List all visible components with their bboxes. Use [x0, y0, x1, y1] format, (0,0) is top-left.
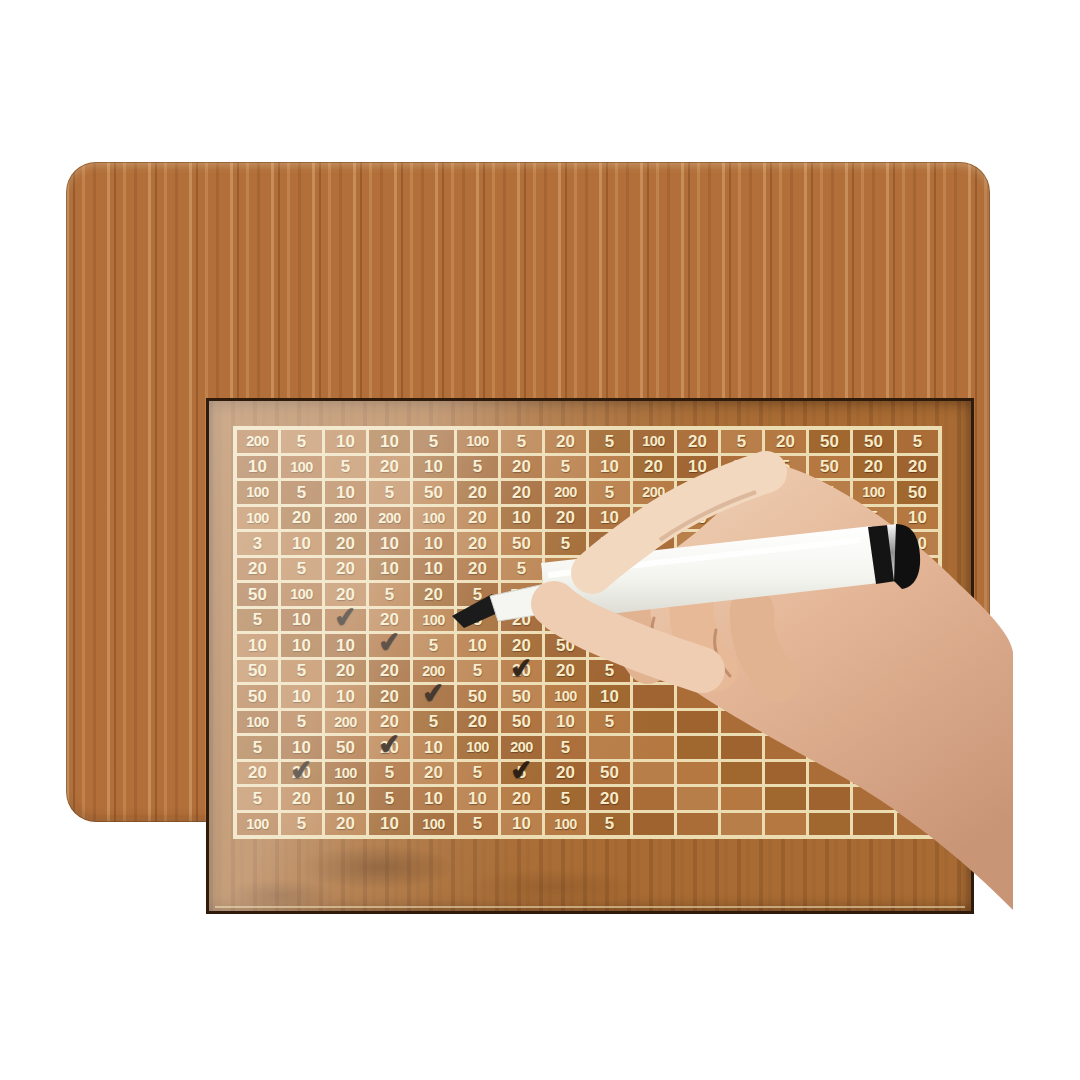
grid-cell-r15c15[interactable] — [853, 787, 894, 810]
grid-cell-r8c5[interactable]: 100 — [413, 609, 454, 632]
check-mark: ✔ — [376, 628, 401, 657]
grid-cell-r16c12[interactable] — [721, 813, 762, 836]
grid-cell-r14c2[interactable]: 20✔ — [281, 762, 322, 785]
grid-cell-r4c10[interactable]: 50 — [633, 507, 674, 530]
grid-cell-r16c11[interactable] — [677, 813, 718, 836]
grid-cell-r14c14[interactable] — [809, 762, 850, 785]
grid-cell-r11c5[interactable]: ✔ — [413, 685, 454, 708]
grid-cell-r15c6[interactable]: 10 — [457, 787, 498, 810]
grid-cell-r9c15[interactable] — [853, 634, 894, 657]
grid-cell-r1c9[interactable]: 5 — [589, 430, 630, 453]
grid-cell-r2c3[interactable]: 5 — [325, 456, 366, 479]
grid-cell-r1c1[interactable]: 200 — [237, 430, 278, 453]
grid-cell-r15c9[interactable]: 20 — [589, 787, 630, 810]
grid-cell-r12c3[interactable]: 200 — [325, 711, 366, 734]
grid-cell-r6c7[interactable]: 5 — [501, 558, 542, 581]
grid-cell-r5c15[interactable]: 5 — [853, 532, 894, 555]
grid-cell-r3c12[interactable]: 10 — [721, 481, 762, 504]
grid-cell-r16c6[interactable]: 5 — [457, 813, 498, 836]
grid-cell-r13c5[interactable]: 10 — [413, 736, 454, 759]
grid-cell-r5c6[interactable]: 20 — [457, 532, 498, 555]
grid-cell-r7c4[interactable]: 5 — [369, 583, 410, 606]
grid-cell-r16c10[interactable] — [633, 813, 674, 836]
grid-cell-r9c5[interactable]: 5 — [413, 634, 454, 657]
grid-cell-r11c10[interactable] — [633, 685, 674, 708]
grid-cell-r5c12[interactable]: 200 — [721, 532, 762, 555]
grid-cell-r10c5[interactable]: 200 — [413, 660, 454, 683]
grid-cell-r4c15[interactable]: 5 — [853, 507, 894, 530]
grid-cell-r13c3[interactable]: 50 — [325, 736, 366, 759]
grid-cell-r16c14[interactable] — [809, 813, 850, 836]
grid-cell-r5c9[interactable]: 50 — [589, 532, 630, 555]
grid-cell-r1c11[interactable]: 20 — [677, 430, 718, 453]
grid-cell-r8c9[interactable]: 50 — [589, 609, 630, 632]
grid-cell-r8c3[interactable]: ✔ — [325, 609, 366, 632]
grid-cell-r13c9[interactable] — [589, 736, 630, 759]
grid-cell-r12c15[interactable] — [853, 711, 894, 734]
grid-cell-r12c12[interactable] — [721, 711, 762, 734]
grid-cell-r16c16[interactable] — [897, 813, 938, 836]
grid-cell-r12c7[interactable]: 50 — [501, 711, 542, 734]
check-mark: ✔ — [772, 526, 797, 555]
grid-cell-r9c16[interactable]: 5 — [897, 634, 938, 657]
grid-cell-r6c3[interactable]: 20 — [325, 558, 366, 581]
grid-cell-r3c14[interactable]: 5 — [809, 481, 850, 504]
grid-cell-r14c9[interactable]: 50 — [589, 762, 630, 785]
grid-cell-r10c9[interactable]: 5 — [589, 660, 630, 683]
grid-cell-r5c4[interactable]: 10 — [369, 532, 410, 555]
grid-cell-r11c12[interactable] — [721, 685, 762, 708]
grid-cell-r2c8[interactable]: 5 — [545, 456, 586, 479]
grid-cell-r8c15[interactable]: 5 — [853, 609, 894, 632]
grid-cell-r1c5[interactable]: 5 — [413, 430, 454, 453]
grid-cell-r5c5[interactable]: 10 — [413, 532, 454, 555]
grid-cell-r6c9[interactable]: 10 — [589, 558, 630, 581]
grid-cell-r2c5[interactable]: 10 — [413, 456, 454, 479]
grid-cell-r16c7[interactable]: 10 — [501, 813, 542, 836]
grid-cell-r15c3[interactable]: 10 — [325, 787, 366, 810]
grid-cell-r8c16[interactable]: 50 — [897, 609, 938, 632]
grid-cell-r12c9[interactable]: 5 — [589, 711, 630, 734]
wooden-frame: 2005101051005205100205205050510100520105… — [66, 162, 990, 822]
grid-cell-r8c10[interactable]: 20 — [633, 609, 674, 632]
grid-cell-r12c1[interactable]: 100 — [237, 711, 278, 734]
grid-cell-r12c10[interactable] — [633, 711, 674, 734]
grid-cell-r15c16[interactable] — [897, 787, 938, 810]
grid-cell-r1c7[interactable]: 5 — [501, 430, 542, 453]
grid-cell-r7c8[interactable]: 10 — [545, 583, 586, 606]
grid-cell-r1c6[interactable]: 100 — [457, 430, 498, 453]
grid-cell-r6c10[interactable]: 100 — [633, 558, 674, 581]
grid-cell-r16c4[interactable]: 10 — [369, 813, 410, 836]
grid-cell-r10c13[interactable] — [765, 660, 806, 683]
grid-cell-r12c5[interactable]: 5 — [413, 711, 454, 734]
grid-cell-r7c7[interactable]: 500 — [501, 583, 542, 606]
grid-cell-r13c8[interactable]: 5 — [545, 736, 586, 759]
grid-cell-r12c6[interactable]: 20 — [457, 711, 498, 734]
check-mark: ✔ — [332, 603, 357, 632]
grid-cell-r3c8[interactable]: 200 — [545, 481, 586, 504]
grid-cell-r1c14[interactable]: 50 — [809, 430, 850, 453]
grid-cell-r8c11[interactable]: 50 — [677, 609, 718, 632]
grid-cell-r15c4[interactable]: 5 — [369, 787, 410, 810]
grid-cell-r8c6[interactable]: 5 — [457, 609, 498, 632]
grid-cell-r3c7[interactable]: 20 — [501, 481, 542, 504]
grid-cell-r14c10[interactable] — [633, 762, 674, 785]
grid-cell-r7c5[interactable]: 20 — [413, 583, 454, 606]
grid-cell-r12c8[interactable]: 10 — [545, 711, 586, 734]
grid-cell-r4c9[interactable]: 10 — [589, 507, 630, 530]
grid-cell-r12c13[interactable] — [765, 711, 806, 734]
grid-cell-r16c13[interactable] — [765, 813, 806, 836]
grid-cell-r14c5[interactable]: 20 — [413, 762, 454, 785]
grid-cell-r10c2[interactable]: 5 — [281, 660, 322, 683]
grid-cell-r8c1[interactable]: 5 — [237, 609, 278, 632]
grid-cell-r1c12[interactable]: 5 — [721, 430, 762, 453]
grid-cell-r4c5[interactable]: 100 — [413, 507, 454, 530]
grid-cell-r16c5[interactable]: 100 — [413, 813, 454, 836]
grid-cell-r8c7[interactable]: 20 — [501, 609, 542, 632]
grid-cell-r15c1[interactable]: 5 — [237, 787, 278, 810]
grid-cell-r9c14[interactable] — [809, 634, 850, 657]
grid-cell-r9c11[interactable] — [677, 634, 718, 657]
grid-cell-r11c13[interactable] — [765, 685, 806, 708]
grid-cell-r9c3[interactable]: 10 — [325, 634, 366, 657]
grid-cell-r2c4[interactable]: 20 — [369, 456, 410, 479]
grid-cell-r14c16[interactable] — [897, 762, 938, 785]
grid-cell-r15c2[interactable]: 20 — [281, 787, 322, 810]
grid-cell-r11c6[interactable]: 50 — [457, 685, 498, 708]
wood-grain-lower-panel — [209, 831, 971, 911]
grid-cell-r10c1[interactable]: 50 — [237, 660, 278, 683]
grid-cell-r2c15[interactable]: 20 — [853, 456, 894, 479]
grid-cell-r16c15[interactable] — [853, 813, 894, 836]
grid-cell-r5c7[interactable]: 50 — [501, 532, 542, 555]
check-mark: ✔ — [508, 654, 533, 683]
grid-cell-r12c4[interactable]: 20 — [369, 711, 410, 734]
grid-cell-r14c12[interactable] — [721, 762, 762, 785]
grid-cell-r4c11[interactable]: 10 — [677, 507, 718, 530]
grid-cell-r7c16[interactable]: 100 — [897, 583, 938, 606]
grid-cell-r7c14[interactable]: 5 — [809, 583, 850, 606]
grid-cell-r5c10[interactable]: 5 — [633, 532, 674, 555]
grid-cell-r14c13[interactable] — [765, 762, 806, 785]
grid-cell-r13c7[interactable]: 200 — [501, 736, 542, 759]
grid-cell-r14c4[interactable]: 5 — [369, 762, 410, 785]
grid-cell-r4c13[interactable]: 10 — [765, 507, 806, 530]
glass-window: 2005101051005205100205205050510100520105… — [206, 398, 974, 914]
grid-cell-r9c1[interactable]: 10 — [237, 634, 278, 657]
grid-cell-r4c14[interactable]: 20 — [809, 507, 850, 530]
scene: 2005101051005205100205205050510100520105… — [0, 0, 1080, 1080]
grid-cell-r10c15[interactable] — [853, 660, 894, 683]
grid-cell-r2c1[interactable]: 10 — [237, 456, 278, 479]
grid-cell-r10c3[interactable]: 20 — [325, 660, 366, 683]
grid-cell-r15c14[interactable] — [809, 787, 850, 810]
grid-cell-r6c6[interactable]: 20 — [457, 558, 498, 581]
grid-cell-r9c7[interactable]: 20 — [501, 634, 542, 657]
grid-cell-r8c4[interactable]: 20 — [369, 609, 410, 632]
grid-cell-r1c2[interactable]: 5 — [281, 430, 322, 453]
check-mark: ✔ — [376, 730, 401, 759]
grid-cell-r13c16[interactable] — [897, 736, 938, 759]
grid-cell-r9c2[interactable]: 10 — [281, 634, 322, 657]
grid-cell-r11c11[interactable] — [677, 685, 718, 708]
grid-cell-r2c6[interactable]: 5 — [457, 456, 498, 479]
grid-cell-r2c13[interactable]: 5 — [765, 456, 806, 479]
grid-cell-r1c8[interactable]: 20 — [545, 430, 586, 453]
grid-cell-r10c14[interactable] — [809, 660, 850, 683]
grid-cell-r4c1[interactable]: 100 — [237, 507, 278, 530]
grid-cell-r3c1[interactable]: 100 — [237, 481, 278, 504]
grid-cell-r13c4[interactable]: 20✔ — [369, 736, 410, 759]
grid-cell-r1c10[interactable]: 100 — [633, 430, 674, 453]
grid-cell-r7c15[interactable]: 20 — [853, 583, 894, 606]
grid-cell-r13c6[interactable]: 100 — [457, 736, 498, 759]
grid-cell-r8c8[interactable]: 50 — [545, 609, 586, 632]
grid-cell-r4c4[interactable]: 200 — [369, 507, 410, 530]
grid-cell-r4c16[interactable]: 10 — [897, 507, 938, 530]
grid-cell-r12c14[interactable] — [809, 711, 850, 734]
grid-cell-r10c12[interactable] — [721, 660, 762, 683]
grid-cell-r11c1[interactable]: 50 — [237, 685, 278, 708]
grid-cell-r10c4[interactable]: 20 — [369, 660, 410, 683]
grid-cell-r6c1[interactable]: 20 — [237, 558, 278, 581]
grid-cell-r13c10[interactable] — [633, 736, 674, 759]
grid-cell-r3c15[interactable]: 100 — [853, 481, 894, 504]
check-mark: ✔ — [508, 756, 533, 785]
grid-cell-r3c10[interactable]: 200 — [633, 481, 674, 504]
grid-cell-r14c6[interactable]: 5 — [457, 762, 498, 785]
grid-cell-r2c7[interactable]: 20 — [501, 456, 542, 479]
grid-cell-r7c11[interactable]: 10 — [677, 583, 718, 606]
grid-cell-r8c13[interactable]: 20 — [765, 609, 806, 632]
grid-cell-r6c2[interactable]: 5 — [281, 558, 322, 581]
grid-cell-r6c12[interactable]: 10 — [721, 558, 762, 581]
grid-cell-r3c2[interactable]: 5 — [281, 481, 322, 504]
grid-cell-r5c14[interactable]: 20 — [809, 532, 850, 555]
grid-cell-r11c3[interactable]: 10 — [325, 685, 366, 708]
grid-cell-r10c16[interactable]: 50 — [897, 660, 938, 683]
grid-cell-r6c11[interactable]: 50 — [677, 558, 718, 581]
grid-cell-r13c11[interactable] — [677, 736, 718, 759]
grid-cell-r1c3[interactable]: 10 — [325, 430, 366, 453]
grid-cell-r15c8[interactable]: 5 — [545, 787, 586, 810]
grid-cell-r3c11[interactable]: 5 — [677, 481, 718, 504]
grid-cell-r8c2[interactable]: 10 — [281, 609, 322, 632]
grid-cell-r16c9[interactable]: 5 — [589, 813, 630, 836]
grid-cell-r16c8[interactable]: 100 — [545, 813, 586, 836]
grid-cell-r1c13[interactable]: 20 — [765, 430, 806, 453]
grid-cell-r2c9[interactable]: 10 — [589, 456, 630, 479]
grid-cell-r2c2[interactable]: 100 — [281, 456, 322, 479]
grid-cell-r5c11[interactable]: 20 — [677, 532, 718, 555]
grid-cell-r2c12[interactable]: 20 — [721, 456, 762, 479]
grid-cell-r13c1[interactable]: 5 — [237, 736, 278, 759]
grid-cell-r15c12[interactable] — [721, 787, 762, 810]
grid-cell-r3c3[interactable]: 10 — [325, 481, 366, 504]
grid-cell-r13c15[interactable] — [853, 736, 894, 759]
savings-grid: 2005101051005205100205205050510100520105… — [233, 426, 942, 839]
grid-cell-r2c16[interactable]: 20 — [897, 456, 938, 479]
grid-cell-r11c8[interactable]: 100 — [545, 685, 586, 708]
grid-cell-r14c11[interactable] — [677, 762, 718, 785]
grid-cell-r13c2[interactable]: 10 — [281, 736, 322, 759]
check-mark: ✔ — [420, 679, 445, 708]
grid-cell-r7c3[interactable]: 20 — [325, 583, 366, 606]
grid-cell-r14c15[interactable] — [853, 762, 894, 785]
grid-cell-r5c13[interactable]: 10✔ — [765, 532, 806, 555]
grid-cell-r4c8[interactable]: 20 — [545, 507, 586, 530]
grid-cell-r4c7[interactable]: 10 — [501, 507, 542, 530]
grid-cell-r4c12[interactable]: 5 — [721, 507, 762, 530]
grid-cell-r2c11[interactable]: 10 — [677, 456, 718, 479]
grid-cell-r9c8[interactable]: 50 — [545, 634, 586, 657]
grid-cell-r3c13[interactable]: 20 — [765, 481, 806, 504]
grid-cell-r11c7[interactable]: 50 — [501, 685, 542, 708]
grid-cell-r15c11[interactable] — [677, 787, 718, 810]
grid-cell-r13c13[interactable] — [765, 736, 806, 759]
grid-cell-r9c6[interactable]: 10 — [457, 634, 498, 657]
grid-cell-r1c4[interactable]: 10 — [369, 430, 410, 453]
grid-cell-r16c1[interactable]: 100 — [237, 813, 278, 836]
grid-cell-r15c5[interactable]: 10 — [413, 787, 454, 810]
grid-cell-r9c13[interactable] — [765, 634, 806, 657]
grid-cell-r3c5[interactable]: 50 — [413, 481, 454, 504]
grid-cell-r11c16[interactable] — [897, 685, 938, 708]
grid-cell-r11c15[interactable] — [853, 685, 894, 708]
grid-cell-r11c14[interactable] — [809, 685, 850, 708]
grid-cell-r7c1[interactable]: 50 — [237, 583, 278, 606]
grid-cell-r4c6[interactable]: 20 — [457, 507, 498, 530]
grid-cell-r16c2[interactable]: 5 — [281, 813, 322, 836]
grid-cell-r3c9[interactable]: 5 — [589, 481, 630, 504]
grid-cell-r14c8[interactable]: 20 — [545, 762, 586, 785]
grid-cell-r6c16[interactable]: 5 — [897, 558, 938, 581]
grid-cell-r6c14[interactable]: 50 — [809, 558, 850, 581]
grid-cell-r6c13[interactable]: 50 — [765, 558, 806, 581]
grid-cell-r5c3[interactable]: 20 — [325, 532, 366, 555]
grid-cell-r9c10[interactable]: 500 — [633, 634, 674, 657]
grid-cell-r7c9[interactable]: 5 — [589, 583, 630, 606]
grid-cell-r5c16[interactable]: 50 — [897, 532, 938, 555]
grid-cell-r9c12[interactable] — [721, 634, 762, 657]
grid-cell-r14c1[interactable]: 20 — [237, 762, 278, 785]
grid-cell-r11c2[interactable]: 10 — [281, 685, 322, 708]
grid-cell-r6c5[interactable]: 10 — [413, 558, 454, 581]
grid-cell-r13c12[interactable] — [721, 736, 762, 759]
grid-cell-r15c7[interactable]: 20 — [501, 787, 542, 810]
grid-cell-r8c14[interactable]: 200 — [809, 609, 850, 632]
grid-cell-r3c16[interactable]: 50 — [897, 481, 938, 504]
grid-cell-r2c14[interactable]: 50 — [809, 456, 850, 479]
grid-cell-r7c2[interactable]: 100 — [281, 583, 322, 606]
grid-cell-r9c9[interactable]: 10 — [589, 634, 630, 657]
grid-cell-r12c2[interactable]: 5 — [281, 711, 322, 734]
grid-cell-r2c10[interactable]: 20 — [633, 456, 674, 479]
grid-cell-r4c2[interactable]: 20 — [281, 507, 322, 530]
grid-cell-r10c8[interactable]: 20 — [545, 660, 586, 683]
grid-cell-r12c11[interactable] — [677, 711, 718, 734]
grid-cell-r3c4[interactable]: 5 — [369, 481, 410, 504]
grid-cell-r15c13[interactable] — [765, 787, 806, 810]
grid-cell-r6c8[interactable]: 20 — [545, 558, 586, 581]
grid-cell-r6c15[interactable]: 20 — [853, 558, 894, 581]
grid-cell-r10c10[interactable]: 10 — [633, 660, 674, 683]
check-mark: ✔ — [288, 756, 313, 785]
grid-cell-r11c4[interactable]: 20 — [369, 685, 410, 708]
grid-cell-r3c6[interactable]: 20 — [457, 481, 498, 504]
grid-cell-r16c3[interactable]: 20 — [325, 813, 366, 836]
grid-cell-r5c1[interactable]: 3 — [237, 532, 278, 555]
grid-cell-r7c10[interactable]: 5 — [633, 583, 674, 606]
grid-cell-r8c12[interactable]: 10 — [721, 609, 762, 632]
grid-cell-r10c11[interactable] — [677, 660, 718, 683]
grid-cell-r6c4[interactable]: 10 — [369, 558, 410, 581]
grid-cell-r7c12[interactable]: 5 — [721, 583, 762, 606]
grid-cell-r13c14[interactable] — [809, 736, 850, 759]
grid-cell-r4c3[interactable]: 200 — [325, 507, 366, 530]
grid-cell-r9c4[interactable]: ✔ — [369, 634, 410, 657]
grid-cell-r11c9[interactable]: 10 — [589, 685, 630, 708]
grid-cell-r1c16[interactable]: 5 — [897, 430, 938, 453]
grid-cell-r10c7[interactable]: 20✔ — [501, 660, 542, 683]
grid-cell-r12c16[interactable] — [897, 711, 938, 734]
grid-cell-r15c10[interactable] — [633, 787, 674, 810]
grid-cell-r1c15[interactable]: 50 — [853, 430, 894, 453]
grid-cell-r14c3[interactable]: 100 — [325, 762, 366, 785]
grid-cell-r10c6[interactable]: 5 — [457, 660, 498, 683]
grid-cell-r5c8[interactable]: 5 — [545, 532, 586, 555]
grid-cell-r7c6[interactable]: 5 — [457, 583, 498, 606]
grid-cell-r7c13[interactable]: 100 — [765, 583, 806, 606]
grid-cell-r5c2[interactable]: 10 — [281, 532, 322, 555]
grid-cell-r14c7[interactable]: 5✔ — [501, 762, 542, 785]
